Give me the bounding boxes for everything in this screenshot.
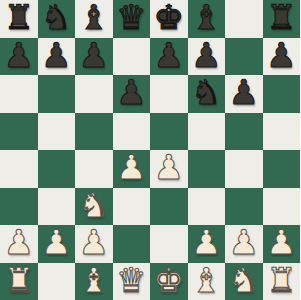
square-h2[interactable]: ♟	[263, 225, 301, 263]
square-g8[interactable]	[225, 0, 263, 38]
square-e1[interactable]: ♚	[150, 263, 188, 300]
square-f6[interactable]: ♞	[188, 75, 226, 113]
square-c3[interactable]: ♞	[75, 188, 113, 226]
square-e4[interactable]: ♟	[150, 150, 188, 188]
square-c4[interactable]	[75, 150, 113, 188]
chess-board: ♜♞♝♛♚♝♜♟♟♟♟♟♟♟♞♟♟♟♞♟♟♟♟♟♟♜♝♛♚♝♞♜	[0, 0, 300, 300]
square-g4[interactable]	[225, 150, 263, 188]
square-d4[interactable]: ♟	[113, 150, 151, 188]
square-h6[interactable]	[263, 75, 301, 113]
piece-white-rook-a1[interactable]: ♜	[4, 262, 34, 300]
square-a2[interactable]: ♟	[0, 225, 38, 263]
square-f8[interactable]: ♝	[188, 0, 226, 38]
piece-white-pawn-a2[interactable]: ♟	[4, 224, 34, 262]
piece-white-pawn-e4[interactable]: ♟	[154, 149, 184, 187]
piece-black-bishop-f8[interactable]: ♝	[191, 0, 221, 37]
square-c5[interactable]	[75, 113, 113, 151]
square-f4[interactable]	[188, 150, 226, 188]
square-h5[interactable]	[263, 113, 301, 151]
square-f5[interactable]	[188, 113, 226, 151]
square-e3[interactable]	[150, 188, 188, 226]
square-e8[interactable]: ♚	[150, 0, 188, 38]
square-g2[interactable]: ♟	[225, 225, 263, 263]
square-h3[interactable]	[263, 188, 301, 226]
piece-white-queen-d1[interactable]: ♛	[116, 262, 146, 300]
piece-white-king-e1[interactable]: ♚	[154, 262, 184, 300]
square-c7[interactable]: ♟	[75, 38, 113, 76]
square-b2[interactable]: ♟	[38, 225, 76, 263]
square-b8[interactable]: ♞	[38, 0, 76, 38]
square-f1[interactable]: ♝	[188, 263, 226, 300]
square-d1[interactable]: ♛	[113, 263, 151, 300]
piece-white-pawn-f2[interactable]: ♟	[191, 224, 221, 262]
square-g5[interactable]	[225, 113, 263, 151]
piece-black-rook-h8[interactable]: ♜	[266, 0, 296, 37]
square-a6[interactable]	[0, 75, 38, 113]
square-a3[interactable]	[0, 188, 38, 226]
piece-black-rook-a8[interactable]: ♜	[4, 0, 34, 37]
square-a5[interactable]	[0, 113, 38, 151]
square-a4[interactable]	[0, 150, 38, 188]
piece-black-knight-b8[interactable]: ♞	[41, 0, 71, 37]
piece-white-knight-g1[interactable]: ♞	[229, 262, 259, 300]
piece-white-pawn-g2[interactable]: ♟	[229, 224, 259, 262]
piece-black-knight-f6[interactable]: ♞	[191, 74, 221, 112]
square-b3[interactable]	[38, 188, 76, 226]
square-d7[interactable]	[113, 38, 151, 76]
square-g7[interactable]	[225, 38, 263, 76]
square-b1[interactable]	[38, 263, 76, 300]
square-e6[interactable]	[150, 75, 188, 113]
piece-black-king-e8[interactable]: ♚	[154, 0, 184, 37]
square-d6[interactable]: ♟	[113, 75, 151, 113]
square-c2[interactable]: ♟	[75, 225, 113, 263]
square-f3[interactable]	[188, 188, 226, 226]
piece-black-pawn-g6[interactable]: ♟	[229, 74, 259, 112]
piece-white-rook-h1[interactable]: ♜	[266, 262, 296, 300]
square-d2[interactable]	[113, 225, 151, 263]
piece-white-pawn-b2[interactable]: ♟	[41, 224, 71, 262]
piece-white-bishop-f1[interactable]: ♝	[191, 262, 221, 300]
square-g1[interactable]: ♞	[225, 263, 263, 300]
square-a1[interactable]: ♜	[0, 263, 38, 300]
square-h8[interactable]: ♜	[263, 0, 301, 38]
square-b6[interactable]	[38, 75, 76, 113]
piece-white-pawn-c2[interactable]: ♟	[79, 224, 109, 262]
piece-black-pawn-c7[interactable]: ♟	[79, 37, 109, 75]
square-f2[interactable]: ♟	[188, 225, 226, 263]
piece-white-knight-c3[interactable]: ♞	[79, 187, 109, 225]
square-g3[interactable]	[225, 188, 263, 226]
piece-black-queen-d8[interactable]: ♛	[116, 0, 146, 37]
piece-black-pawn-d6[interactable]: ♟	[116, 74, 146, 112]
square-b5[interactable]	[38, 113, 76, 151]
square-g6[interactable]: ♟	[225, 75, 263, 113]
square-d8[interactable]: ♛	[113, 0, 151, 38]
square-e7[interactable]: ♟	[150, 38, 188, 76]
square-f7[interactable]: ♟	[188, 38, 226, 76]
piece-black-pawn-h7[interactable]: ♟	[266, 37, 296, 75]
square-a8[interactable]: ♜	[0, 0, 38, 38]
piece-black-pawn-f7[interactable]: ♟	[191, 37, 221, 75]
square-b7[interactable]: ♟	[38, 38, 76, 76]
square-c1[interactable]: ♝	[75, 263, 113, 300]
square-e5[interactable]	[150, 113, 188, 151]
square-b4[interactable]	[38, 150, 76, 188]
square-c8[interactable]: ♝	[75, 0, 113, 38]
piece-black-bishop-c8[interactable]: ♝	[79, 0, 109, 37]
square-h7[interactable]: ♟	[263, 38, 301, 76]
piece-black-pawn-e7[interactable]: ♟	[154, 37, 184, 75]
piece-white-pawn-h2[interactable]: ♟	[266, 224, 296, 262]
square-a7[interactable]: ♟	[0, 38, 38, 76]
piece-white-pawn-d4[interactable]: ♟	[116, 149, 146, 187]
square-d3[interactable]	[113, 188, 151, 226]
piece-black-pawn-a7[interactable]: ♟	[4, 37, 34, 75]
piece-black-pawn-b7[interactable]: ♟	[41, 37, 71, 75]
square-h1[interactable]: ♜	[263, 263, 301, 300]
square-c6[interactable]	[75, 75, 113, 113]
piece-white-bishop-c1[interactable]: ♝	[79, 262, 109, 300]
square-e2[interactable]	[150, 225, 188, 263]
square-d5[interactable]	[113, 113, 151, 151]
square-h4[interactable]	[263, 150, 301, 188]
